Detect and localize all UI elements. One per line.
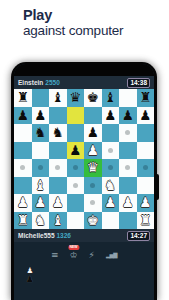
phone-side-button [157,174,159,200]
white-rook: ♜ [139,212,151,229]
square-g1[interactable] [119,212,137,230]
square-f3[interactable]: ♞ [102,177,120,195]
stats-icon: ▂▅▇ [106,252,117,258]
phone-screen: Einstein2550 14:38 ♜♝♛♚♝♜♟♟♟♟♟♞♞♟♟♟♛♝♞♟♟… [14,64,154,300]
square-a2[interactable]: ♟ [14,194,32,212]
square-f6[interactable] [102,124,120,142]
square-e4[interactable]: ♛ [84,159,102,177]
square-e5[interactable]: ♟ [84,142,102,160]
square-h3[interactable] [137,177,155,195]
white-pawn: ♟ [17,194,29,211]
square-b1[interactable]: ♞ [32,212,50,230]
square-g6[interactable] [119,124,137,142]
white-pawn: ♟ [34,194,46,211]
white-knight: ♞ [34,212,46,229]
new-badge: NEW [68,245,79,250]
square-a1[interactable]: ♜ [14,212,32,230]
page-title: Play against computer [23,8,123,38]
white-rook: ♜ [17,212,29,229]
black-pawn: ♟ [17,107,29,124]
square-h8[interactable]: ♜ [137,89,155,107]
square-e1[interactable]: ♚ [84,212,102,230]
square-d8[interactable]: ♛ [67,89,85,107]
square-g3[interactable] [119,177,137,195]
phone-top-bezel [14,64,154,76]
menu-icon: ≡ [51,250,59,260]
square-g7[interactable]: ♟ [119,107,137,125]
square-f2[interactable]: ♟ [102,194,120,212]
square-e8[interactable]: ♚ [84,89,102,107]
player-rating: 1326 [57,232,71,239]
black-bishop: ♝ [52,89,64,106]
white-pawn: ♟ [139,194,151,211]
square-d2[interactable] [67,194,85,212]
legal-move-dot [125,130,130,135]
square-f1[interactable] [102,212,120,230]
captured-pieces-tray: ♟♟ [26,267,34,283]
square-b5[interactable] [32,142,50,160]
legal-move-dot [90,200,95,205]
legal-move-dot [73,165,78,170]
white-bishop: ♝ [34,177,46,194]
legal-move-dot [55,165,60,170]
legal-move-dot [90,183,95,188]
black-pawn: ♟ [122,107,134,124]
square-h7[interactable]: ♟ [137,107,155,125]
opponent-name: Einstein2550 [18,79,60,86]
title-line-2: against computer [23,23,123,38]
square-e6[interactable]: ♟ [84,124,102,142]
square-h4[interactable] [137,159,155,177]
opponent-bar: Einstein2550 14:38 [14,76,154,89]
square-b6[interactable]: ♞ [32,124,50,142]
black-queen: ♛ [69,89,81,106]
square-c1[interactable]: ♝ [49,212,67,230]
black-pawn: ♟ [104,107,116,124]
white-knight: ♞ [104,177,116,194]
square-e2[interactable] [84,194,102,212]
white-pawn: ♟ [52,194,64,211]
bottom-toolbar: ≡♔NEW⚡▂▅▇ [14,248,154,261]
square-c6[interactable]: ♞ [49,124,67,142]
legal-move-dot [73,183,78,188]
square-f4[interactable] [102,159,120,177]
legal-move-dot [20,165,25,170]
white-pawn: ♟ [104,194,116,211]
captured-black-pawn: ♟ [26,275,34,283]
square-d4[interactable] [67,159,85,177]
square-d3[interactable] [67,177,85,195]
square-a7[interactable]: ♟ [14,107,32,125]
square-b7[interactable]: ♟ [32,107,50,125]
black-rook: ♜ [139,89,151,106]
square-c8[interactable]: ♝ [49,89,67,107]
black-pawn: ♟ [139,107,151,124]
square-b2[interactable]: ♟ [32,194,50,212]
black-knight: ♞ [34,124,46,141]
square-c4[interactable] [49,159,67,177]
black-rook: ♜ [17,89,29,106]
square-a8[interactable]: ♜ [14,89,32,107]
square-d5[interactable]: ♟ [67,142,85,160]
legal-move-dot [143,165,148,170]
square-f8[interactable]: ♝ [102,89,120,107]
square-h2[interactable]: ♟ [137,194,155,212]
black-knight: ♞ [52,124,64,141]
player-clock: 14:27 [127,231,150,241]
legal-move-dot [108,148,113,153]
white-bishop: ♝ [52,212,64,229]
square-g8[interactable] [119,89,137,107]
square-b8[interactable] [32,89,50,107]
chess-board: ♜♝♛♚♝♜♟♟♟♟♟♞♞♟♟♟♛♝♞♟♟♟♟♟♟♜♞♝♚♜ [14,89,154,229]
white-queen: ♛ [87,159,99,176]
square-d7[interactable] [67,107,85,125]
bot-king-icon: ♔ [69,250,77,260]
square-g4[interactable] [119,159,137,177]
player-name: Michelle5551326 [18,232,71,239]
phone-mockup: Einstein2550 14:38 ♜♝♛♚♝♜♟♟♟♟♟♞♞♟♟♟♛♝♞♟♟… [11,62,157,300]
square-d6[interactable] [67,124,85,142]
black-pawn: ♟ [69,142,81,159]
square-f5[interactable] [102,142,120,160]
player-bar: Michelle5551326 14:27 [14,229,154,242]
square-b4[interactable] [32,159,50,177]
square-a5[interactable] [14,142,32,160]
black-king: ♚ [87,89,99,106]
lightning-button[interactable]: ⚡ [89,249,95,261]
square-a3[interactable] [14,177,32,195]
square-b3[interactable]: ♝ [32,177,50,195]
square-c7[interactable] [49,107,67,125]
square-h6[interactable] [137,124,155,142]
square-c2[interactable]: ♟ [49,194,67,212]
square-g5[interactable] [119,142,137,160]
legal-move-dot [108,165,113,170]
square-d1[interactable] [67,212,85,230]
square-g2[interactable]: ♟ [119,194,137,212]
title-line-1: Play [23,8,123,23]
opponent-clock: 14:38 [127,78,150,88]
square-c5[interactable] [49,142,67,160]
stats-button[interactable]: ▂▅▇ [106,248,117,261]
white-pawn: ♟ [122,194,134,211]
white-king: ♚ [87,212,99,229]
black-pawn: ♟ [87,124,99,141]
square-f7[interactable]: ♟ [102,107,120,125]
menu-button[interactable]: ≡ [51,249,59,261]
legal-move-dot [38,165,43,170]
legal-move-dot [125,165,130,170]
square-e7[interactable] [84,107,102,125]
black-pawn: ♟ [34,107,46,124]
white-pawn: ♟ [87,142,99,159]
lightning-icon: ⚡ [89,250,95,260]
square-h1[interactable]: ♜ [137,212,155,230]
black-bishop: ♝ [104,89,116,106]
square-c3[interactable] [49,177,67,195]
opponent-rating: 2550 [45,79,59,86]
square-a6[interactable] [14,124,32,142]
square-h5[interactable] [137,142,155,160]
square-a4[interactable] [14,159,32,177]
bot-king-button[interactable]: ♔NEW [69,249,77,261]
square-e3[interactable] [84,177,102,195]
